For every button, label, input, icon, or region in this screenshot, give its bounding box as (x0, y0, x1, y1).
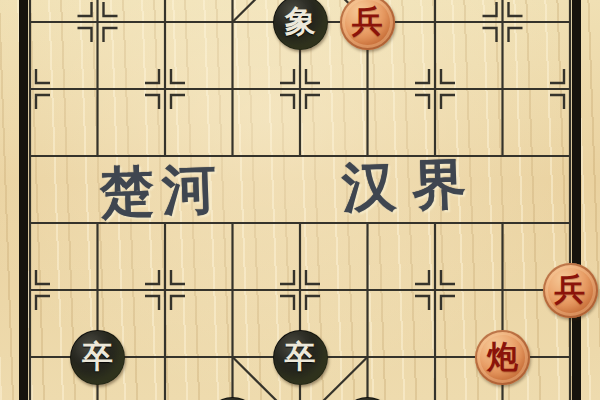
piece-red-cannon[interactable]: 炮 (475, 330, 530, 385)
piece-black-elephant[interactable]: 象 (273, 0, 328, 50)
piece-red-soldier[interactable]: 兵 (543, 263, 598, 318)
river-label-chu: 楚河 (99, 162, 225, 220)
piece-black-soldier[interactable]: 卒 (70, 330, 125, 385)
river-label-han: 汉界 (341, 157, 483, 216)
piece-black-soldier[interactable]: 卒 (273, 330, 328, 385)
piece-red-soldier[interactable]: 兵 (340, 0, 395, 50)
xiangqi-board[interactable]: 楚河 汉界 象兵兵卒卒炮卒卒 (0, 0, 600, 400)
